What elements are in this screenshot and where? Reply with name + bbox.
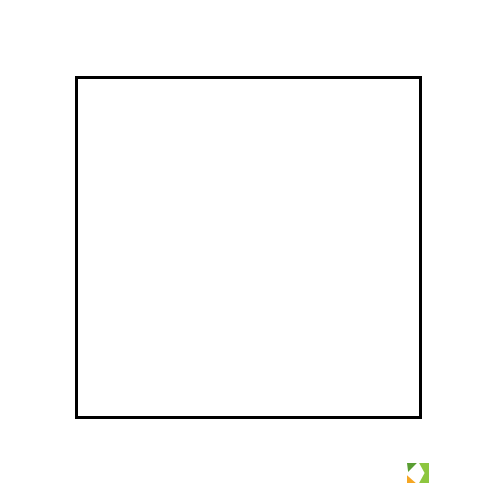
logo-shape-light-green	[419, 463, 429, 483]
clues-right	[421, 76, 467, 419]
logo-triangle-orange	[407, 475, 416, 483]
puzzle-page	[0, 0, 500, 497]
watermark	[407, 458, 431, 484]
kuaipan-logo-icon	[407, 462, 429, 484]
clues-bottom	[75, 424, 422, 472]
clues-top	[75, 24, 422, 72]
clues-left	[33, 76, 75, 419]
board	[75, 76, 422, 419]
logo-triangle-dark-green	[407, 463, 417, 472]
